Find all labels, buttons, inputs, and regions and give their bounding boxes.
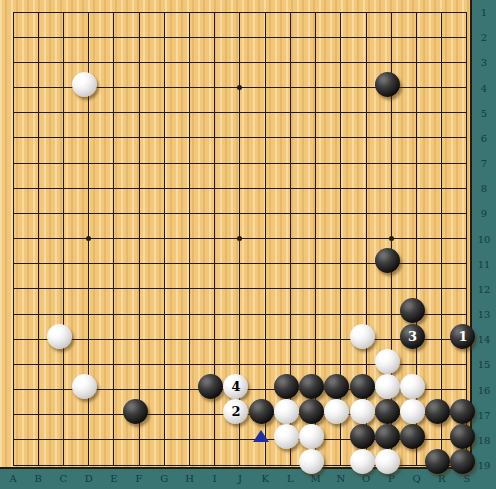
board-point-P4 xyxy=(379,75,404,100)
board-point-F17 xyxy=(126,402,151,427)
black-stone-F17[interactable] xyxy=(123,399,148,424)
black-stone-P11[interactable] xyxy=(375,248,400,273)
board-point-M19 xyxy=(303,452,328,477)
white-stone-P16[interactable] xyxy=(375,374,400,399)
white-stone-Q17[interactable] xyxy=(400,399,425,424)
board-point-P15 xyxy=(379,352,404,377)
board-point-J16: 4 xyxy=(227,377,252,402)
black-stone-S18[interactable] xyxy=(450,424,475,449)
board-point-S19 xyxy=(454,452,479,477)
black-stone-P17[interactable] xyxy=(375,399,400,424)
black-stone-Q14[interactable]: 3 xyxy=(400,324,425,349)
white-stone-M19[interactable] xyxy=(299,449,324,474)
white-stone-P19[interactable] xyxy=(375,449,400,474)
black-stone-P4[interactable] xyxy=(375,72,400,97)
move-number-label: 1 xyxy=(458,330,467,343)
white-stone-O17[interactable] xyxy=(350,399,375,424)
black-stone-R17[interactable] xyxy=(425,399,450,424)
board-point-O14 xyxy=(353,326,378,351)
stones-layer: 3142 xyxy=(0,0,479,478)
board-point-S17 xyxy=(454,402,479,427)
black-stone-L16[interactable] xyxy=(274,374,299,399)
board-point-S18 xyxy=(454,427,479,452)
white-stone-M18[interactable] xyxy=(299,424,324,449)
black-stone-Q13[interactable] xyxy=(400,298,425,323)
board-point-Q13 xyxy=(404,301,429,326)
black-stone-K17[interactable] xyxy=(249,399,274,424)
black-stone-O16[interactable] xyxy=(350,374,375,399)
move-number-label: 3 xyxy=(408,330,417,343)
black-stone-M16[interactable] xyxy=(299,374,324,399)
triangle-marker xyxy=(253,430,269,442)
black-stone-S19[interactable] xyxy=(450,449,475,474)
white-stone-P15[interactable] xyxy=(375,349,400,374)
black-stone-P18[interactable] xyxy=(375,424,400,449)
move-number-label: 2 xyxy=(231,405,240,418)
white-stone-O14[interactable] xyxy=(350,324,375,349)
board-point-D16 xyxy=(76,377,101,402)
white-stone-L18[interactable] xyxy=(274,424,299,449)
white-stone-N17[interactable] xyxy=(324,399,349,424)
white-stone-L17[interactable] xyxy=(274,399,299,424)
board-point-P19 xyxy=(379,452,404,477)
board-point-C14 xyxy=(51,326,76,351)
black-stone-R19[interactable] xyxy=(425,449,450,474)
white-stone-O19[interactable] xyxy=(350,449,375,474)
white-stone-D16[interactable] xyxy=(72,374,97,399)
board-point-M18 xyxy=(303,427,328,452)
white-stone-J17[interactable]: 2 xyxy=(223,399,248,424)
black-stone-M17[interactable] xyxy=(299,399,324,424)
black-stone-Q18[interactable] xyxy=(400,424,425,449)
white-stone-D4[interactable] xyxy=(72,72,97,97)
board-point-D4 xyxy=(76,75,101,100)
black-stone-N16[interactable] xyxy=(324,374,349,399)
black-stone-I16[interactable] xyxy=(198,374,223,399)
board-point-S14: 1 xyxy=(454,326,479,351)
board-point-P11 xyxy=(379,251,404,276)
white-stone-C14[interactable] xyxy=(47,324,72,349)
board-point-Q18 xyxy=(404,427,429,452)
board-point-Q14: 3 xyxy=(404,326,429,351)
board-point-Q16 xyxy=(404,377,429,402)
black-stone-S14[interactable]: 1 xyxy=(450,324,475,349)
go-board-app: 12345678910111213141516171819 ABCDEFGHIJ… xyxy=(0,0,496,489)
move-number-label: 4 xyxy=(231,380,240,393)
black-stone-S17[interactable] xyxy=(450,399,475,424)
black-stone-O18[interactable] xyxy=(350,424,375,449)
white-stone-J16[interactable]: 4 xyxy=(223,374,248,399)
white-stone-Q16[interactable] xyxy=(400,374,425,399)
